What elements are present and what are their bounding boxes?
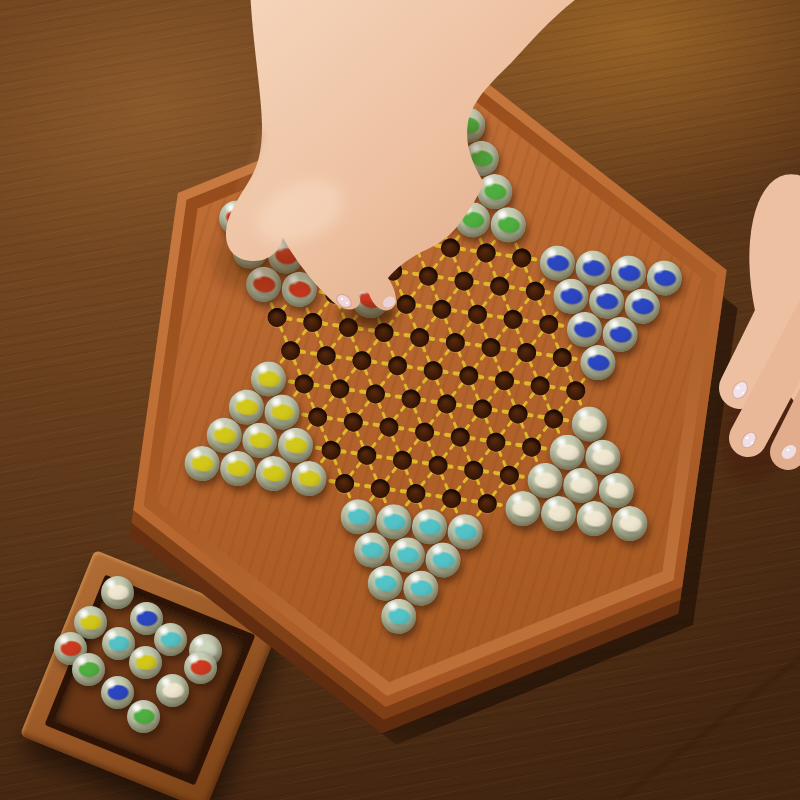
nail-sparkle (751, 442, 753, 444)
tray-marble-blue[interactable] (101, 676, 134, 709)
board-field (169, 81, 697, 660)
tray-marble-green[interactable] (127, 700, 160, 733)
marble-green[interactable] (488, 204, 528, 244)
marble-blue[interactable] (537, 243, 577, 283)
scene (0, 0, 800, 800)
game-board (69, 29, 792, 752)
marble-yellow[interactable] (289, 458, 329, 498)
opponent-nail-3 (779, 442, 799, 461)
opponent-finger-3 (788, 392, 800, 452)
marble-cyan[interactable] (338, 496, 378, 536)
nail-sparkle (787, 449, 789, 451)
